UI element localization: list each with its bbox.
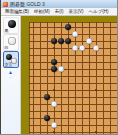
board-cell[interactable] xyxy=(72,94,79,101)
board-cell[interactable] xyxy=(100,87,107,94)
board-cell[interactable] xyxy=(37,108,44,115)
board-cell[interactable] xyxy=(58,94,65,101)
board-cell[interactable] xyxy=(44,108,51,115)
board-cell[interactable] xyxy=(100,80,107,87)
board-surround xyxy=(21,16,117,134)
board-cell[interactable] xyxy=(114,59,118,66)
board-cell[interactable] xyxy=(93,80,100,87)
board-cell[interactable] xyxy=(72,59,79,66)
board-cell[interactable] xyxy=(72,66,79,73)
board-cell[interactable] xyxy=(107,31,114,38)
board-cell[interactable] xyxy=(79,45,86,52)
board-cell[interactable] xyxy=(86,115,93,122)
board-cell[interactable] xyxy=(37,101,44,108)
window-title: 囲碁盤 GOLD 3 xyxy=(10,1,45,7)
board-cell[interactable] xyxy=(86,87,93,94)
black-stone xyxy=(51,59,57,65)
board-cell[interactable] xyxy=(58,115,65,122)
board-cell[interactable] xyxy=(86,52,93,59)
board-cell[interactable] xyxy=(79,108,86,115)
board-cell[interactable] xyxy=(37,115,44,122)
menu-bar: 盤面編集(B) 移動(M) 石(I) 表示(V) ヘルプ(H) xyxy=(1,8,117,16)
board-cell[interactable] xyxy=(51,45,58,52)
board-cell[interactable] xyxy=(79,122,86,129)
board-cell[interactable] xyxy=(37,73,44,80)
toolbar-dots: ·· xyxy=(9,76,12,79)
board-cell[interactable] xyxy=(79,73,86,80)
board-cell[interactable] xyxy=(30,94,37,101)
black-stone xyxy=(51,66,57,72)
board-cell[interactable] xyxy=(51,73,58,80)
alternate-stones-button[interactable]: 交互 xyxy=(3,51,19,68)
board-cell[interactable] xyxy=(65,122,72,129)
board-cell[interactable] xyxy=(44,45,51,52)
board-cell[interactable] xyxy=(114,122,118,129)
board-cell[interactable] xyxy=(93,45,100,52)
board-cell[interactable] xyxy=(37,31,44,38)
board-cell[interactable] xyxy=(79,52,86,59)
menu-item-view[interactable]: 表示(V) xyxy=(67,9,86,14)
board-cell[interactable] xyxy=(72,129,79,135)
board-cell[interactable] xyxy=(44,73,51,80)
board-cell[interactable] xyxy=(51,94,58,101)
white-stone xyxy=(79,45,85,51)
menu-item-stone[interactable]: 石(I) xyxy=(53,9,66,14)
board-cell[interactable] xyxy=(51,66,58,73)
board-cell[interactable] xyxy=(114,115,118,122)
board-cell[interactable] xyxy=(30,59,37,66)
board-cell[interactable] xyxy=(107,66,114,73)
board-cell[interactable] xyxy=(100,52,107,59)
board-cell[interactable] xyxy=(107,115,114,122)
white-stone xyxy=(72,31,78,37)
black-stone xyxy=(58,38,64,44)
board-cell[interactable] xyxy=(58,101,65,108)
board-cell[interactable] xyxy=(58,38,65,45)
board-cell[interactable] xyxy=(79,101,86,108)
board-cell[interactable] xyxy=(100,31,107,38)
board-cell[interactable] xyxy=(37,45,44,52)
board-cell[interactable] xyxy=(65,66,72,73)
board-cell[interactable] xyxy=(93,52,100,59)
board-cell[interactable] xyxy=(65,94,72,101)
board-cell[interactable] xyxy=(37,129,44,135)
board-cell[interactable] xyxy=(44,38,51,45)
board-cell[interactable] xyxy=(37,87,44,94)
board-cell[interactable] xyxy=(44,115,51,122)
place-black-stone-button[interactable]: 黒 xyxy=(3,17,19,34)
board-cell[interactable] xyxy=(58,66,65,73)
board-cell[interactable] xyxy=(51,31,58,38)
board-cell[interactable] xyxy=(51,129,58,135)
board-cell[interactable] xyxy=(79,59,86,66)
board-cell[interactable] xyxy=(44,94,51,101)
board-cell[interactable] xyxy=(51,108,58,115)
board-cell[interactable] xyxy=(86,94,93,101)
board-cell[interactable] xyxy=(72,52,79,59)
board-cell[interactable] xyxy=(65,87,72,94)
board-cell[interactable] xyxy=(58,122,65,129)
board-cell[interactable] xyxy=(65,115,72,122)
board-cell[interactable] xyxy=(44,24,51,31)
board-grid xyxy=(30,24,118,135)
board-cell[interactable] xyxy=(58,129,65,135)
board-cell[interactable] xyxy=(44,129,51,135)
board-cell[interactable] xyxy=(86,66,93,73)
board-cell[interactable] xyxy=(37,38,44,45)
black-stone xyxy=(65,38,71,44)
board-cell[interactable] xyxy=(93,129,100,135)
board-cell[interactable] xyxy=(30,122,37,129)
board-cell[interactable] xyxy=(93,101,100,108)
board-cell[interactable] xyxy=(58,31,65,38)
board-cell[interactable] xyxy=(86,59,93,66)
board-cell[interactable] xyxy=(79,87,86,94)
board-cell[interactable] xyxy=(107,24,114,31)
board-cell[interactable] xyxy=(114,108,118,115)
board-cell[interactable] xyxy=(93,115,100,122)
black-stone xyxy=(44,115,50,121)
board-cell[interactable] xyxy=(58,52,65,59)
board-cell[interactable] xyxy=(107,80,114,87)
board-cell[interactable] xyxy=(93,108,100,115)
board-cell[interactable] xyxy=(114,129,118,135)
board-cell[interactable] xyxy=(114,31,118,38)
place-white-label: 白 xyxy=(5,45,9,50)
board-cell[interactable] xyxy=(114,87,118,94)
board-cell[interactable] xyxy=(30,115,37,122)
board-cell[interactable] xyxy=(51,80,58,87)
black-stone xyxy=(65,24,71,30)
board-cell[interactable] xyxy=(79,31,86,38)
board-cell[interactable] xyxy=(51,52,58,59)
board-cell[interactable] xyxy=(44,52,51,59)
board-cell[interactable] xyxy=(86,38,93,45)
board-cell[interactable] xyxy=(65,24,72,31)
white-stone xyxy=(72,45,78,51)
board-cell[interactable] xyxy=(86,122,93,129)
board-cell[interactable] xyxy=(30,38,37,45)
board-cell[interactable] xyxy=(37,94,44,101)
board-cell[interactable] xyxy=(30,66,37,73)
board-cell[interactable] xyxy=(93,87,100,94)
board-cell[interactable] xyxy=(93,31,100,38)
board-cell[interactable] xyxy=(44,31,51,38)
board-cell[interactable] xyxy=(100,59,107,66)
board-cell[interactable] xyxy=(65,31,72,38)
board-cell[interactable] xyxy=(51,59,58,66)
board-cell[interactable] xyxy=(107,52,114,59)
board-cell[interactable] xyxy=(100,45,107,52)
app-window: 囲碁盤 GOLD 3 盤面編集(B) 移動(M) 石(I) 表示(V) ヘルプ(… xyxy=(0,0,117,134)
board-cell[interactable] xyxy=(30,101,37,108)
board-cell[interactable] xyxy=(51,115,58,122)
board-cell[interactable] xyxy=(114,73,118,80)
board-cell[interactable] xyxy=(79,38,86,45)
board-cell[interactable] xyxy=(51,101,58,108)
board-cell[interactable] xyxy=(65,45,72,52)
board-cell[interactable] xyxy=(44,101,51,108)
board-cell[interactable] xyxy=(114,52,118,59)
board-cell[interactable] xyxy=(107,129,114,135)
board-cell[interactable] xyxy=(65,80,72,87)
white-stone xyxy=(93,45,99,51)
board-cell[interactable] xyxy=(86,24,93,31)
board-cell[interactable] xyxy=(86,45,93,52)
board-cell[interactable] xyxy=(65,38,72,45)
menu-item-help[interactable]: ヘルプ(H) xyxy=(87,9,111,14)
board-cell[interactable] xyxy=(100,122,107,129)
board-cell[interactable] xyxy=(72,31,79,38)
board-cell[interactable] xyxy=(93,122,100,129)
black-stone xyxy=(51,38,57,44)
board-cell[interactable] xyxy=(58,45,65,52)
board-cell[interactable] xyxy=(65,73,72,80)
board-cell[interactable] xyxy=(100,24,107,31)
white-stone xyxy=(86,38,92,44)
board-cell[interactable] xyxy=(107,59,114,66)
board-cell[interactable] xyxy=(100,108,107,115)
board-cell[interactable] xyxy=(79,129,86,135)
board-cell[interactable] xyxy=(65,101,72,108)
board-cell[interactable] xyxy=(114,101,118,108)
board-cell[interactable] xyxy=(107,101,114,108)
board-cell[interactable] xyxy=(51,24,58,31)
board-cell[interactable] xyxy=(72,108,79,115)
board-cell[interactable] xyxy=(86,31,93,38)
board-cell[interactable] xyxy=(114,66,118,73)
board-cell[interactable] xyxy=(72,45,79,52)
window-icon xyxy=(3,2,8,7)
board-cell[interactable] xyxy=(86,73,93,80)
edit-toolbar: 黒 白 交互 ▲ ·· xyxy=(1,16,21,134)
board-cell[interactable] xyxy=(107,87,114,94)
board-cell[interactable] xyxy=(72,38,79,45)
board-cell[interactable] xyxy=(107,122,114,129)
board-cell[interactable] xyxy=(44,87,51,94)
board-cell[interactable] xyxy=(44,59,51,66)
board-cell[interactable] xyxy=(79,80,86,87)
board-cell[interactable] xyxy=(86,108,93,115)
board-cell[interactable] xyxy=(100,101,107,108)
board-cell[interactable] xyxy=(65,108,72,115)
board-cell[interactable] xyxy=(37,59,44,66)
board-cell[interactable] xyxy=(86,80,93,87)
board-cell[interactable] xyxy=(30,108,37,115)
board-cell[interactable] xyxy=(72,73,79,80)
board-cell[interactable] xyxy=(72,80,79,87)
place-black-label: 黒 xyxy=(5,28,9,33)
board-cell[interactable] xyxy=(65,129,72,135)
board-cell[interactable] xyxy=(58,59,65,66)
board-cell[interactable] xyxy=(100,129,107,135)
board-cell[interactable] xyxy=(37,24,44,31)
alternate-label: 交互 xyxy=(5,62,13,67)
board-cell[interactable] xyxy=(100,94,107,101)
board-cell[interactable] xyxy=(93,59,100,66)
board-cell[interactable] xyxy=(51,38,58,45)
board-cell[interactable] xyxy=(114,24,118,31)
board-cell[interactable] xyxy=(79,66,86,73)
board-cell[interactable] xyxy=(44,122,51,129)
title-bar[interactable]: 囲碁盤 GOLD 3 xyxy=(1,0,117,8)
board-cell[interactable] xyxy=(93,38,100,45)
board-cell[interactable] xyxy=(51,87,58,94)
board-cell[interactable] xyxy=(79,94,86,101)
board-cell[interactable] xyxy=(58,24,65,31)
board-cell[interactable] xyxy=(107,45,114,52)
board-cell[interactable] xyxy=(37,66,44,73)
board-cell[interactable] xyxy=(72,101,79,108)
place-white-stone-button[interactable]: 白 xyxy=(3,34,19,51)
board-cell[interactable] xyxy=(58,80,65,87)
board-cell[interactable] xyxy=(72,122,79,129)
board-cell[interactable] xyxy=(93,66,100,73)
board-cell[interactable] xyxy=(37,80,44,87)
white-stone-icon xyxy=(8,37,16,45)
board-cell[interactable] xyxy=(107,108,114,115)
board-cell[interactable] xyxy=(100,66,107,73)
board-cell[interactable] xyxy=(30,45,37,52)
board-cell[interactable] xyxy=(30,129,37,135)
board-cell[interactable] xyxy=(58,108,65,115)
board-cell[interactable] xyxy=(65,52,72,59)
board-cell[interactable] xyxy=(37,122,44,129)
board-cell[interactable] xyxy=(30,52,37,59)
board-cell[interactable] xyxy=(100,38,107,45)
board-cell[interactable] xyxy=(100,73,107,80)
board-cell[interactable] xyxy=(93,24,100,31)
board-cell[interactable] xyxy=(30,73,37,80)
white-stone xyxy=(58,66,64,72)
menu-item-move[interactable]: 移動(M) xyxy=(32,9,52,14)
board-cell[interactable] xyxy=(65,59,72,66)
board-cell[interactable] xyxy=(30,80,37,87)
board-cell[interactable] xyxy=(79,24,86,31)
board-cell[interactable] xyxy=(114,80,118,87)
board-cell[interactable] xyxy=(86,129,93,135)
board-cell[interactable] xyxy=(30,31,37,38)
board-cell[interactable] xyxy=(44,80,51,87)
board-cell[interactable] xyxy=(93,94,100,101)
board-cell[interactable] xyxy=(114,45,118,52)
board-cell[interactable] xyxy=(114,38,118,45)
board-cell[interactable] xyxy=(72,115,79,122)
black-stone xyxy=(44,94,50,100)
board-cell[interactable] xyxy=(86,101,93,108)
board-cell[interactable] xyxy=(100,115,107,122)
board-cell[interactable] xyxy=(93,73,100,80)
board-cell[interactable] xyxy=(58,87,65,94)
white-stone xyxy=(51,101,57,107)
board-cell[interactable] xyxy=(107,38,114,45)
board-cell[interactable] xyxy=(79,115,86,122)
white-stone xyxy=(51,122,57,128)
board-cell[interactable] xyxy=(107,94,114,101)
board-cell[interactable] xyxy=(72,24,79,31)
board-cell[interactable] xyxy=(51,122,58,129)
board-cell[interactable] xyxy=(72,87,79,94)
board-cell[interactable] xyxy=(44,66,51,73)
board-cell[interactable] xyxy=(30,24,37,31)
board-cell[interactable] xyxy=(37,52,44,59)
menu-item-board-edit[interactable]: 盤面編集(B) xyxy=(3,9,31,14)
board-cell[interactable] xyxy=(107,73,114,80)
board-cell[interactable] xyxy=(58,73,65,80)
board-cell[interactable] xyxy=(114,94,118,101)
board-cell[interactable] xyxy=(30,87,37,94)
black-stone-icon xyxy=(8,20,16,28)
